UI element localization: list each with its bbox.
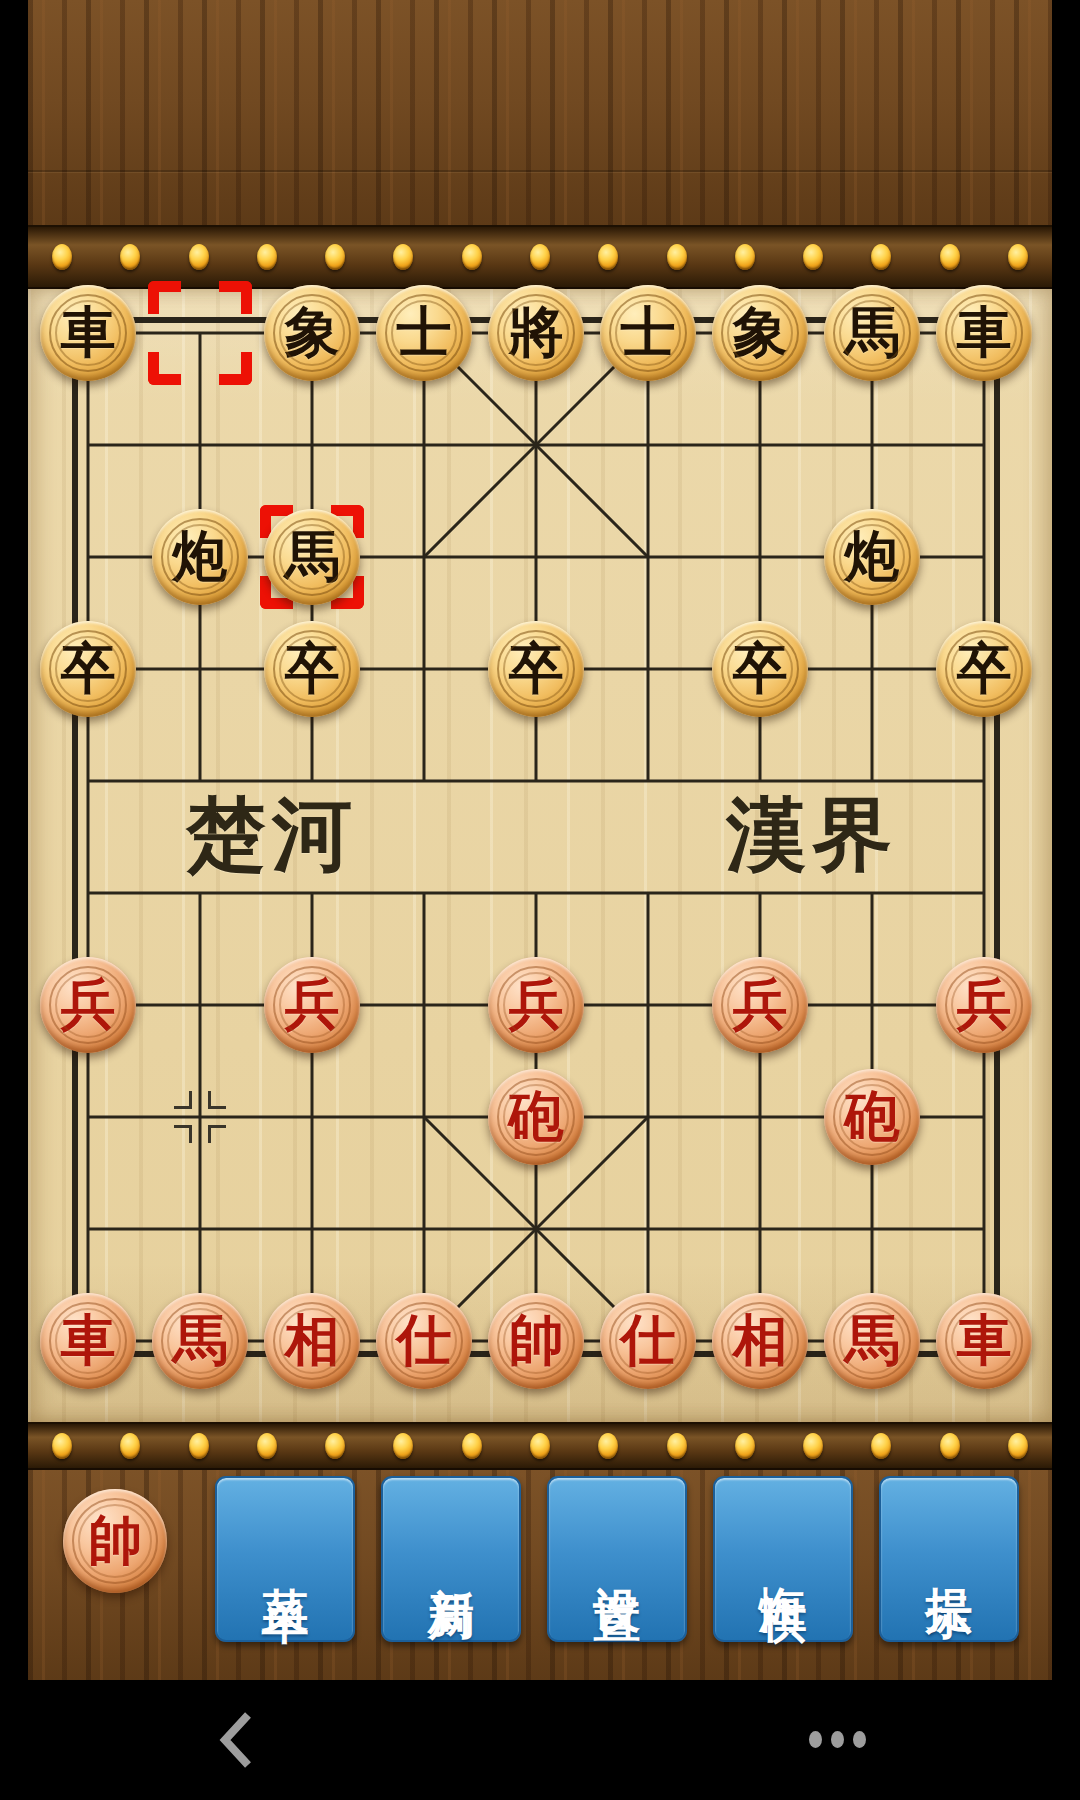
piece-red-horse[interactable]: 馬 (152, 1293, 248, 1389)
piece-black-horse[interactable]: 馬 (264, 509, 360, 605)
hint-button-label: 提示 (926, 1549, 973, 1569)
piece-glyph: 士 (397, 305, 452, 360)
undo-button[interactable]: 悔棋 (713, 1476, 853, 1642)
piece-glyph: 炮 (845, 529, 900, 584)
piece-black-chariot[interactable]: 車 (936, 285, 1032, 381)
turn-indicator-glyph: 帥 (88, 1513, 142, 1567)
piece-glyph: 馬 (285, 529, 340, 584)
piece-black-advisor[interactable]: 士 (376, 285, 472, 381)
piece-black-soldier[interactable]: 卒 (936, 621, 1032, 717)
piece-red-soldier[interactable]: 兵 (264, 957, 360, 1053)
piece-black-general[interactable]: 將 (488, 285, 584, 381)
rivet (735, 1433, 755, 1459)
piece-black-soldier[interactable]: 卒 (40, 621, 136, 717)
rivet (52, 1433, 72, 1459)
piece-black-advisor[interactable]: 士 (600, 285, 696, 381)
rivet (189, 1433, 209, 1459)
hint-button[interactable]: 提示 (879, 1476, 1019, 1642)
piece-black-elephant[interactable]: 象 (264, 285, 360, 381)
piece-glyph: 兵 (957, 977, 1012, 1032)
piece-glyph: 砲 (845, 1089, 900, 1144)
rivet (462, 244, 482, 270)
piece-red-cannon[interactable]: 砲 (824, 1069, 920, 1165)
piece-red-horse[interactable]: 馬 (824, 1293, 920, 1389)
top-rivet-strip (28, 225, 1052, 289)
piece-glyph: 車 (61, 305, 116, 360)
piece-red-cannon[interactable]: 砲 (488, 1069, 584, 1165)
rivet (325, 244, 345, 270)
rivet (1008, 1433, 1028, 1459)
piece-glyph: 卒 (733, 641, 788, 696)
piece-black-elephant[interactable]: 象 (712, 285, 808, 381)
rivet (120, 244, 140, 270)
settings-button[interactable]: 设置 (547, 1476, 687, 1642)
piece-glyph: 將 (509, 305, 564, 360)
piece-glyph: 兵 (733, 977, 788, 1032)
piece-glyph: 車 (957, 305, 1012, 360)
piece-red-advisor[interactable]: 仕 (376, 1293, 472, 1389)
piece-glyph: 炮 (173, 529, 228, 584)
new-game-button[interactable]: 新局 (381, 1476, 521, 1642)
piece-glyph: 卒 (61, 641, 116, 696)
piece-black-soldier[interactable]: 卒 (488, 621, 584, 717)
system-navbar (0, 1680, 1080, 1800)
piece-glyph: 相 (285, 1313, 340, 1368)
rivet (803, 244, 823, 270)
rivet (940, 1433, 960, 1459)
menu-button-label: 菜单 (262, 1549, 309, 1569)
rivet (598, 244, 618, 270)
piece-black-chariot[interactable]: 車 (40, 285, 136, 381)
piece-black-soldier[interactable]: 卒 (264, 621, 360, 717)
rivet (598, 1433, 618, 1459)
rivet (530, 1433, 550, 1459)
rivet (257, 1433, 277, 1459)
piece-glyph: 卒 (509, 641, 564, 696)
piece-black-cannon[interactable]: 炮 (152, 509, 248, 605)
rivet (1008, 244, 1028, 270)
piece-glyph: 象 (285, 305, 340, 360)
piece-glyph: 車 (61, 1313, 116, 1368)
rivet (871, 1433, 891, 1459)
piece-red-chariot[interactable]: 車 (936, 1293, 1032, 1389)
piece-red-soldier[interactable]: 兵 (488, 957, 584, 1053)
rivet (462, 1433, 482, 1459)
top-wood-panel (28, 0, 1052, 225)
piece-glyph: 卒 (285, 641, 340, 696)
piece-red-elephant[interactable]: 相 (712, 1293, 808, 1389)
piece-glyph: 仕 (397, 1313, 452, 1368)
piece-glyph: 馬 (173, 1313, 228, 1368)
rivet (120, 1433, 140, 1459)
board-grid (28, 289, 1052, 1422)
piece-red-soldier[interactable]: 兵 (40, 957, 136, 1053)
piece-black-horse[interactable]: 馬 (824, 285, 920, 381)
rivet (189, 244, 209, 270)
piece-glyph: 卒 (957, 641, 1012, 696)
menu-button[interactable]: 菜单 (215, 1476, 355, 1642)
rivet (325, 1433, 345, 1459)
piece-glyph: 馬 (845, 305, 900, 360)
rivet (871, 244, 891, 270)
more-options-icon[interactable] (809, 1731, 866, 1748)
rivet (52, 244, 72, 270)
back-icon[interactable] (215, 1710, 259, 1770)
piece-glyph: 砲 (509, 1089, 564, 1144)
rivet (735, 244, 755, 270)
piece-red-soldier[interactable]: 兵 (712, 957, 808, 1053)
piece-glyph: 帥 (509, 1313, 564, 1368)
rivet (530, 244, 550, 270)
game-area: 楚河 漢界 車象士將士象馬車炮馬炮卒卒卒卒卒兵兵兵兵兵砲砲車馬相仕帥仕相馬車 帥… (28, 0, 1052, 1680)
vacated-point-marker (174, 1091, 226, 1143)
rivet (667, 1433, 687, 1459)
piece-glyph: 象 (733, 305, 788, 360)
new-game-button-label: 新局 (428, 1549, 475, 1569)
app-screen: 楚河 漢界 車象士將士象馬車炮馬炮卒卒卒卒卒兵兵兵兵兵砲砲車馬相仕帥仕相馬車 帥… (0, 0, 1080, 1800)
piece-red-soldier[interactable]: 兵 (936, 957, 1032, 1053)
piece-glyph: 車 (957, 1313, 1012, 1368)
settings-button-label: 设置 (594, 1549, 641, 1569)
rivet (667, 244, 687, 270)
piece-black-cannon[interactable]: 炮 (824, 509, 920, 605)
bottom-toolbar: 帥 菜单 新局 设置 悔棋 提示 (28, 1470, 1052, 1680)
piece-glyph: 兵 (509, 977, 564, 1032)
undo-button-label: 悔棋 (760, 1549, 807, 1569)
piece-glyph: 馬 (845, 1313, 900, 1368)
piece-red-advisor[interactable]: 仕 (600, 1293, 696, 1389)
rivet (803, 1433, 823, 1459)
piece-red-general[interactable]: 帥 (488, 1293, 584, 1389)
rivet (257, 244, 277, 270)
bottom-rivet-strip (28, 1422, 1052, 1470)
turn-indicator-piece: 帥 (63, 1489, 167, 1593)
piece-glyph: 仕 (621, 1313, 676, 1368)
piece-glyph: 相 (733, 1313, 788, 1368)
rivet (393, 1433, 413, 1459)
piece-red-chariot[interactable]: 車 (40, 1293, 136, 1389)
rivet (393, 244, 413, 270)
toolbar-buttons: 菜单 新局 设置 悔棋 提示 (215, 1476, 1019, 1642)
last-move-marker (148, 281, 252, 385)
piece-red-elephant[interactable]: 相 (264, 1293, 360, 1389)
piece-glyph: 兵 (61, 977, 116, 1032)
piece-glyph: 士 (621, 305, 676, 360)
piece-black-soldier[interactable]: 卒 (712, 621, 808, 717)
rivet (940, 244, 960, 270)
xiangqi-board[interactable]: 楚河 漢界 車象士將士象馬車炮馬炮卒卒卒卒卒兵兵兵兵兵砲砲車馬相仕帥仕相馬車 (28, 289, 1052, 1422)
piece-glyph: 兵 (285, 977, 340, 1032)
